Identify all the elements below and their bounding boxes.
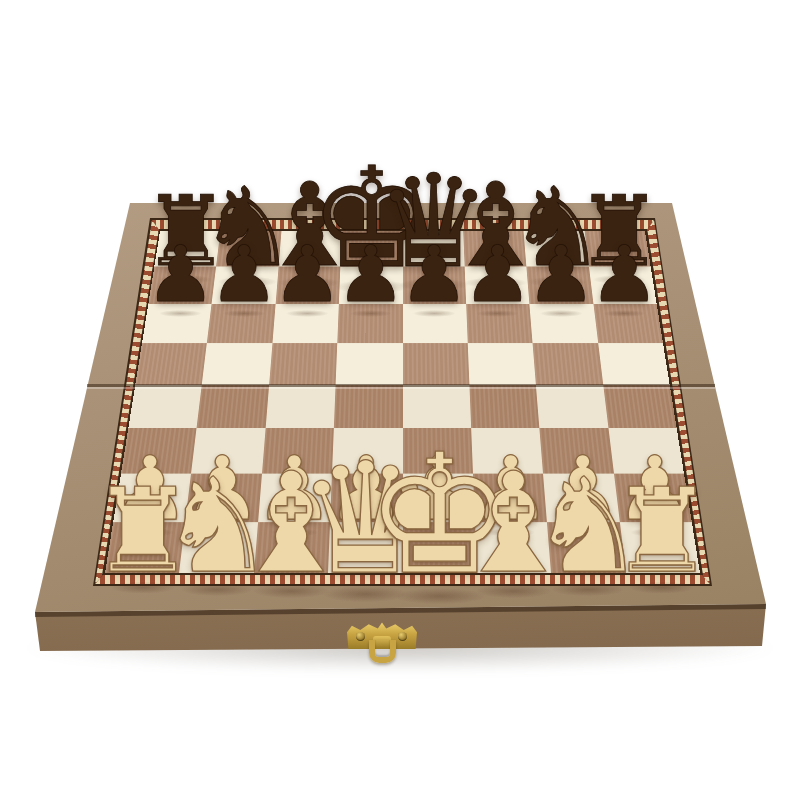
square-b6[interactable] xyxy=(207,304,275,343)
square-a1[interactable] xyxy=(105,522,186,573)
square-h2[interactable] xyxy=(614,474,692,522)
square-g8[interactable] xyxy=(524,231,589,267)
square-f1[interactable] xyxy=(475,522,551,573)
board-hinge-seam xyxy=(87,384,715,389)
square-f8[interactable] xyxy=(463,231,526,267)
square-d8[interactable] xyxy=(340,231,402,267)
square-e6[interactable] xyxy=(403,304,468,343)
square-h7[interactable] xyxy=(589,267,657,304)
square-d1[interactable] xyxy=(328,522,402,573)
square-a7[interactable] xyxy=(148,267,216,304)
square-c6[interactable] xyxy=(272,304,339,343)
square-f2[interactable] xyxy=(473,474,547,522)
square-g5[interactable] xyxy=(533,343,603,384)
square-d5[interactable] xyxy=(336,343,403,384)
square-f6[interactable] xyxy=(466,304,533,343)
square-b4[interactable] xyxy=(197,385,269,428)
square-h6[interactable] xyxy=(593,304,663,343)
square-e2[interactable] xyxy=(403,474,475,522)
square-b3[interactable] xyxy=(191,428,265,474)
square-e3[interactable] xyxy=(403,428,473,474)
square-f5[interactable] xyxy=(468,343,536,384)
square-e8[interactable] xyxy=(403,231,465,267)
square-f7[interactable] xyxy=(465,267,530,304)
square-d4[interactable] xyxy=(334,385,403,428)
square-b1[interactable] xyxy=(179,522,257,573)
clasp-loop xyxy=(369,640,396,663)
square-c8[interactable] xyxy=(278,231,341,267)
clasp-screw-icon xyxy=(398,632,407,641)
square-g2[interactable] xyxy=(543,474,619,522)
square-d6[interactable] xyxy=(337,304,402,343)
square-c1[interactable] xyxy=(254,522,330,573)
square-c2[interactable] xyxy=(258,474,332,522)
square-f3[interactable] xyxy=(471,428,543,474)
square-h3[interactable] xyxy=(608,428,684,474)
square-g1[interactable] xyxy=(547,522,625,573)
square-b8[interactable] xyxy=(216,231,281,267)
chess-set-photo: ♜♞♝♚♛♝♞♜♟♟♟♟♟♟♟♟♟♟♟♟♟♟♟♟♜♞♝♛♚♝♞♜ xyxy=(0,0,800,800)
square-a8[interactable] xyxy=(154,231,220,267)
square-d7[interactable] xyxy=(339,267,403,304)
square-a5[interactable] xyxy=(135,343,207,384)
brass-clasp xyxy=(347,620,417,668)
square-c3[interactable] xyxy=(262,428,334,474)
square-g4[interactable] xyxy=(536,385,608,428)
square-g7[interactable] xyxy=(527,267,594,304)
square-e7[interactable] xyxy=(403,267,467,304)
square-d3[interactable] xyxy=(332,428,402,474)
square-b2[interactable] xyxy=(186,474,262,522)
square-h8[interactable] xyxy=(584,231,650,267)
square-f4[interactable] xyxy=(469,385,539,428)
square-b7[interactable] xyxy=(212,267,279,304)
square-a6[interactable] xyxy=(142,304,212,343)
square-a3[interactable] xyxy=(121,428,197,474)
square-a4[interactable] xyxy=(128,385,202,428)
square-e4[interactable] xyxy=(403,385,472,428)
square-g6[interactable] xyxy=(530,304,598,343)
clasp-screw-icon xyxy=(356,632,365,641)
square-a2[interactable] xyxy=(113,474,191,522)
square-d2[interactable] xyxy=(330,474,402,522)
square-g3[interactable] xyxy=(540,428,614,474)
square-e5[interactable] xyxy=(403,343,470,384)
square-e1[interactable] xyxy=(403,522,477,573)
square-h1[interactable] xyxy=(619,522,700,573)
square-h5[interactable] xyxy=(598,343,670,384)
square-b5[interactable] xyxy=(202,343,272,384)
square-c5[interactable] xyxy=(269,343,337,384)
square-c7[interactable] xyxy=(275,267,340,304)
square-h4[interactable] xyxy=(603,385,677,428)
square-c4[interactable] xyxy=(265,385,335,428)
chess-board-grid xyxy=(105,231,700,573)
